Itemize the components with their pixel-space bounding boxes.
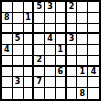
cell-r2c7[interactable]: [67, 13, 78, 24]
cell-r5c9[interactable]: [88, 45, 99, 56]
cell-r2c2[interactable]: [13, 13, 24, 24]
cell-r4c8[interactable]: [77, 34, 88, 45]
cell-r1c7[interactable]: 2: [67, 2, 78, 13]
cell-r6c6[interactable]: [56, 56, 67, 67]
cell-r5c5[interactable]: [45, 45, 56, 56]
cell-r7c4[interactable]: [34, 67, 45, 78]
cell-r8c7[interactable]: [67, 77, 78, 88]
cell-r6c9[interactable]: [88, 56, 99, 67]
cell-r5c7[interactable]: [67, 45, 78, 56]
cell-r9c4[interactable]: [34, 88, 45, 99]
cell-r1c4[interactable]: 5: [34, 2, 45, 13]
cell-r6c7[interactable]: [67, 56, 78, 67]
cell-r8c6[interactable]: [56, 77, 67, 88]
cell-r5c6[interactable]: 1: [56, 45, 67, 56]
cell-r3c2[interactable]: [13, 24, 24, 35]
cell-r9c5[interactable]: [45, 88, 56, 99]
cell-r7c6[interactable]: 6: [56, 67, 67, 78]
cell-r3c8[interactable]: [77, 24, 88, 35]
cell-r6c2[interactable]: [13, 56, 24, 67]
cell-r6c5[interactable]: [45, 56, 56, 67]
cell-r4c1[interactable]: [2, 34, 13, 45]
cell-r5c4[interactable]: [34, 45, 45, 56]
cell-r2c4[interactable]: [34, 13, 45, 24]
cell-r4c4[interactable]: [34, 34, 45, 45]
cell-r1c8[interactable]: [77, 2, 88, 13]
cell-r2c9[interactable]: [88, 13, 99, 24]
cell-r8c1[interactable]: [2, 77, 13, 88]
cell-r8c8[interactable]: [77, 77, 88, 88]
cell-r1c2[interactable]: [13, 2, 24, 13]
cell-r3c4[interactable]: [34, 24, 45, 35]
cell-r5c1[interactable]: 4: [2, 45, 13, 56]
cell-r9c2[interactable]: [13, 88, 24, 99]
cell-r5c8[interactable]: [77, 45, 88, 56]
cell-r1c9[interactable]: [88, 2, 99, 13]
cell-r6c1[interactable]: [2, 56, 13, 67]
cell-r4c5[interactable]: 4: [45, 34, 56, 45]
cell-r7c9[interactable]: 4: [88, 67, 99, 78]
cell-r2c8[interactable]: [77, 13, 88, 24]
cell-r9c7[interactable]: [67, 88, 78, 99]
cell-r2c1[interactable]: 8: [2, 13, 13, 24]
cell-r3c1[interactable]: [2, 24, 13, 35]
cell-r2c3[interactable]: 1: [24, 13, 35, 24]
cell-r7c3[interactable]: [24, 67, 35, 78]
cell-r9c6[interactable]: [56, 88, 67, 99]
cell-r8c4[interactable]: 7: [34, 77, 45, 88]
cell-r3c6[interactable]: [56, 24, 67, 35]
cell-r8c5[interactable]: [45, 77, 56, 88]
cell-r8c2[interactable]: 3: [13, 77, 24, 88]
cell-r4c2[interactable]: 5: [13, 34, 24, 45]
cell-r8c3[interactable]: [24, 77, 35, 88]
cell-r8c9[interactable]: [88, 77, 99, 88]
cell-r2c5[interactable]: [45, 13, 56, 24]
cell-r5c3[interactable]: [24, 45, 35, 56]
cell-r4c9[interactable]: [88, 34, 99, 45]
cell-r7c7[interactable]: [67, 67, 78, 78]
cell-r6c8[interactable]: [77, 56, 88, 67]
cell-r4c6[interactable]: [56, 34, 67, 45]
cell-r3c7[interactable]: [67, 24, 78, 35]
cell-r7c1[interactable]: [2, 67, 13, 78]
cell-r9c8[interactable]: 8: [77, 88, 88, 99]
cell-r7c2[interactable]: [13, 67, 24, 78]
cell-r5c2[interactable]: [13, 45, 24, 56]
cell-r3c9[interactable]: [88, 24, 99, 35]
cell-r4c7[interactable]: 3: [67, 34, 78, 45]
cell-r2c6[interactable]: [56, 13, 67, 24]
cell-r7c5[interactable]: [45, 67, 56, 78]
cell-r6c4[interactable]: 2: [34, 56, 45, 67]
cell-r1c1[interactable]: [2, 2, 13, 13]
cell-r3c3[interactable]: [24, 24, 35, 35]
cell-r4c3[interactable]: [24, 34, 35, 45]
cell-r1c3[interactable]: [24, 2, 35, 13]
cell-r1c5[interactable]: 3: [45, 2, 56, 13]
cell-r7c8[interactable]: 1: [77, 67, 88, 78]
cell-r3c5[interactable]: [45, 24, 56, 35]
cell-r9c9[interactable]: [88, 88, 99, 99]
sudoku-board: 53281543412614378: [0, 0, 101, 101]
cell-r9c3[interactable]: [24, 88, 35, 99]
cell-r6c3[interactable]: [24, 56, 35, 67]
cell-r9c1[interactable]: [2, 88, 13, 99]
cell-r1c6[interactable]: [56, 2, 67, 13]
